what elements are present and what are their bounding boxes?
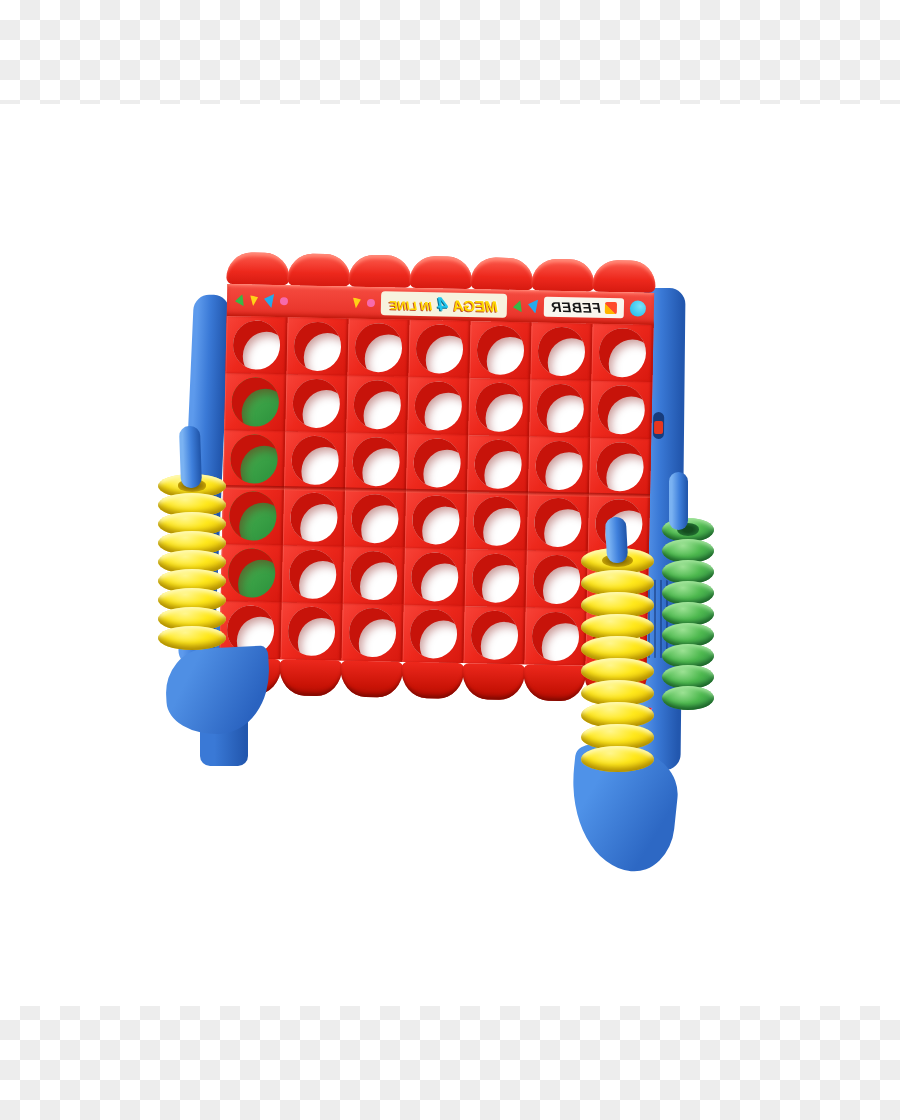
bottom-scallop-bump [279,659,343,696]
board-cell [530,322,592,380]
board-hole [412,495,460,545]
board-hole [535,440,583,490]
board-hole [472,553,520,603]
board-hole [294,321,342,371]
board-hole [411,552,459,602]
board-hole [233,320,281,370]
board-cell [468,378,530,436]
board-cell [282,545,344,603]
board-cell [469,321,531,379]
bottom-scallop-bump [523,664,587,701]
photo-panel: FEBER MEGA 4 IN LINE [0,104,900,1006]
title-four: 4 [437,293,448,315]
board-hole [351,494,399,544]
title-in-line: IN LINE [390,298,433,313]
board-hole [352,437,400,487]
bottom-scallop-bump [340,660,404,697]
confetti-icon [353,297,361,308]
bottom-scallop-bump [462,663,526,700]
front-left-peg [179,426,202,489]
cyan-dot-icon [630,300,646,316]
brand-pill: FEBER [544,297,624,319]
board-cell [346,376,408,434]
yellow-disc [581,746,654,772]
bottom-scallop-bump [401,662,465,699]
confetti-icon [513,300,522,312]
confetti-icon [528,299,538,313]
board-hole [534,497,582,547]
board-cell [466,492,528,550]
front-left-disc-stack [158,474,226,650]
scallop-bump [287,253,351,286]
board-cell [524,607,586,665]
scallop-bump [470,257,534,290]
board-hole [597,385,645,435]
scallop-bump [348,255,412,288]
sticker-spacer [294,301,347,302]
board-hole [536,384,584,434]
board-cell [404,548,466,606]
board-hole [291,435,339,485]
board-hole [476,325,524,375]
board-cell [407,377,469,435]
latch-slot [653,412,664,439]
board-hole [350,551,398,601]
board-hole [598,328,646,378]
board-hole [349,608,397,658]
board-hole [353,380,401,430]
board-cell [222,487,284,545]
title-patch: MEGA 4 IN LINE [381,291,508,318]
board-cell [221,544,283,602]
rear-right-disc-stack [662,518,714,710]
scallop-bump [409,256,473,289]
board-cell [590,381,652,439]
board-hole [532,611,580,661]
board-hole [416,324,464,374]
board-hole [230,434,278,484]
brand-logo-icon [605,302,617,314]
confetti-icon [280,297,288,305]
board-hole [537,327,585,377]
board-hole [229,491,277,541]
scallop-bump [592,260,656,293]
board-cell [526,550,588,608]
board-cell [529,379,591,437]
board-cell [223,430,285,488]
board-cell [465,549,527,607]
board-cell [283,488,345,546]
board-cell [408,320,470,378]
board-cell [280,602,342,660]
board-cell [224,373,286,431]
confetti-icon [235,294,244,306]
board-cell [467,435,529,493]
board-hole [475,382,523,432]
board-cell [286,317,348,375]
board-cell [589,438,651,496]
scallop-bump [531,258,595,291]
board-hole [292,378,340,428]
board-cell [225,316,287,374]
board-cell [284,431,346,489]
left-foot [164,645,272,736]
board-cell [345,433,407,491]
board-hole [473,496,521,546]
board-hole [228,548,276,598]
connect-four-set: FEBER MEGA 4 IN LINE [0,104,900,1006]
board-hole [533,554,581,604]
confetti-icon [264,294,274,308]
board-cell [528,436,590,494]
board-cell [406,434,468,492]
front-right-disc-stack [581,548,654,772]
front-right-peg [605,516,628,563]
board-hole [414,381,462,431]
green-disc [662,686,714,710]
confetti-icon [367,299,375,307]
board-hole [290,492,338,542]
board-cell [591,324,653,382]
board-hole [413,438,461,488]
board-cell [405,491,467,549]
board-cell [463,606,525,664]
red-latch-icon [654,421,663,434]
yellow-disc [158,626,226,650]
confetti-icon [250,295,258,306]
board-cell [285,374,347,432]
board-hole [410,609,458,659]
scallop-bump [226,252,290,285]
board-hole [471,610,519,660]
board-hole [231,377,279,427]
board-hole [288,606,336,656]
board-hole [289,549,337,599]
board-cell [347,319,409,377]
board-cell [343,546,405,604]
board-hole [474,439,522,489]
board-cell [341,603,403,661]
title-mega: MEGA [453,297,498,315]
board-cell [402,605,464,663]
board-cell [344,490,406,548]
rear-right-peg [669,472,688,530]
board-hole [355,323,403,373]
brand-text: FEBER [551,299,601,316]
board-hole [596,442,644,492]
board-cell [527,493,589,551]
